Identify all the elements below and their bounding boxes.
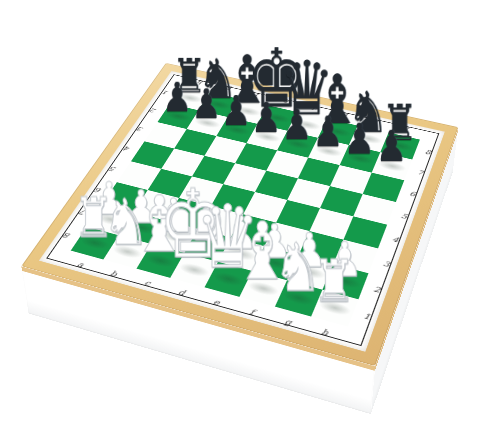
product-photo-scene: abcdefgh abcdefgh 87654321 87654321 ♜♞♝♚… xyxy=(0,0,500,441)
chess-box: abcdefgh abcdefgh 87654321 87654321 ♜♞♝♚… xyxy=(21,63,458,366)
white-rook-glyph: ♜ xyxy=(288,252,380,310)
